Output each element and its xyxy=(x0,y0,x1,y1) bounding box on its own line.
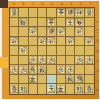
square-2-1[interactable]: 桂 xyxy=(75,8,84,18)
sente-silver[interactable]: 銀 xyxy=(66,75,74,83)
piece-kanji: 角 xyxy=(76,19,82,25)
square-3-1[interactable]: 銀 xyxy=(66,8,75,18)
piece-kanji: 歩 xyxy=(67,67,73,73)
piece-kanji: 金 xyxy=(30,76,36,82)
sente-rook[interactable]: 飛 xyxy=(75,75,83,83)
square-2-2[interactable]: 角 xyxy=(75,18,84,28)
piece-kanji: 歩 xyxy=(76,57,82,63)
square-2-3[interactable]: 歩 xyxy=(75,27,84,37)
rank-label: 八 xyxy=(96,75,100,85)
square-1-1[interactable]: 香 xyxy=(85,8,94,18)
square-6-1[interactable] xyxy=(38,8,47,18)
piece-kanji: 香 xyxy=(11,87,17,93)
piece-kanji: 歩 xyxy=(30,57,36,63)
square-6-8[interactable] xyxy=(38,75,47,85)
rank-label: 三 xyxy=(96,27,100,37)
sente-king[interactable]: 玉 xyxy=(47,85,55,93)
square-5-1[interactable] xyxy=(47,8,56,18)
gote-silver[interactable]: 銀 xyxy=(47,27,55,35)
square-1-2[interactable] xyxy=(85,18,94,28)
sente-bishop[interactable]: 角 xyxy=(29,66,37,74)
square-7-1[interactable] xyxy=(29,8,38,18)
square-7-4[interactable] xyxy=(29,37,38,47)
square-6-7[interactable]: 銀 xyxy=(38,65,47,75)
square-6-2[interactable] xyxy=(38,18,47,28)
square-9-5[interactable] xyxy=(10,46,19,56)
square-4-3[interactable]: 歩 xyxy=(57,27,66,37)
square-9-9[interactable]: 香 xyxy=(10,84,19,94)
piece-kanji: 歩 xyxy=(86,38,92,44)
piece-kanji: 歩 xyxy=(20,47,26,53)
gote-pawn[interactable]: 歩 xyxy=(85,37,93,45)
sente-lance[interactable]: 香 xyxy=(85,85,93,93)
square-5-8[interactable] xyxy=(47,75,56,85)
square-2-7[interactable] xyxy=(75,65,84,75)
piece-kanji: 角 xyxy=(30,67,36,73)
sente-pawn[interactable]: 歩 xyxy=(38,56,46,64)
square-5-9[interactable]: 玉 xyxy=(47,84,56,94)
sente-knight[interactable]: 桂 xyxy=(75,85,83,93)
piece-kanji: 銀 xyxy=(39,67,45,73)
square-4-7[interactable]: 歩 xyxy=(57,65,66,75)
gote-pawn[interactable]: 歩 xyxy=(57,27,65,35)
square-8-1[interactable] xyxy=(19,8,28,18)
square-9-4[interactable]: 歩 xyxy=(10,37,19,47)
square-5-2[interactable]: 金 xyxy=(47,18,56,28)
square-6-5[interactable] xyxy=(38,46,47,56)
square-2-8[interactable]: 飛 xyxy=(75,75,84,85)
gote-pawn[interactable]: 歩 xyxy=(75,27,83,35)
rank-label: 九 xyxy=(96,85,100,95)
square-8-7[interactable]: 歩 xyxy=(19,65,28,75)
gote-knight[interactable]: 桂 xyxy=(75,8,83,16)
piece-kanji: 歩 xyxy=(39,38,45,44)
piece-kanji: 歩 xyxy=(11,67,17,73)
sente-silver[interactable]: 銀 xyxy=(38,66,46,74)
square-8-6[interactable] xyxy=(19,56,28,66)
square-2-6[interactable]: 歩 xyxy=(75,56,84,66)
sente-pawn[interactable]: 歩 xyxy=(19,66,27,74)
piece-kanji: 歩 xyxy=(48,57,54,63)
square-2-5[interactable] xyxy=(75,46,84,56)
rank-coordinates: 一二三四五六七八九 xyxy=(96,7,100,95)
turn-indicator xyxy=(0,57,8,68)
rank-label: 五 xyxy=(96,46,100,56)
square-5-3[interactable]: 銀 xyxy=(47,27,56,37)
square-8-3[interactable] xyxy=(19,27,28,37)
square-1-9[interactable]: 香 xyxy=(85,84,94,94)
square-5-6[interactable]: 歩 xyxy=(47,56,56,66)
piece-kanji: 玉 xyxy=(67,19,73,25)
gote-lance[interactable]: 香 xyxy=(85,8,93,16)
square-3-4[interactable]: 歩 xyxy=(66,37,75,47)
piece-kanji: 香 xyxy=(11,9,17,15)
square-3-8[interactable]: 銀 xyxy=(66,75,75,85)
piece-kanji: 歩 xyxy=(76,28,82,34)
square-1-8[interactable] xyxy=(85,75,94,85)
sente-lance[interactable]: 香 xyxy=(10,85,18,93)
square-7-2[interactable] xyxy=(29,18,38,28)
piece-kanji: 銀 xyxy=(67,76,73,82)
square-3-2[interactable]: 玉 xyxy=(66,18,75,28)
rank-label: 六 xyxy=(96,56,100,66)
square-8-2[interactable]: 飛 xyxy=(19,18,28,28)
square-5-4[interactable]: 歩 xyxy=(47,37,56,47)
square-4-5[interactable] xyxy=(57,46,66,56)
gote-rook[interactable]: 飛 xyxy=(19,18,27,26)
rank-label: 七 xyxy=(96,66,100,76)
square-2-9[interactable]: 桂 xyxy=(75,84,84,94)
square-3-5[interactable] xyxy=(66,46,75,56)
piece-kanji: 飛 xyxy=(20,19,26,25)
piece-kanji: 歩 xyxy=(58,67,64,73)
square-8-8[interactable] xyxy=(19,75,28,85)
piece-kanji: 飛 xyxy=(76,76,82,82)
gote-silver[interactable]: 銀 xyxy=(66,8,74,16)
piece-kanji: 香 xyxy=(86,87,92,93)
sente-pawn[interactable]: 歩 xyxy=(29,56,37,64)
piece-kanji: 銀 xyxy=(67,9,73,15)
square-5-5[interactable] xyxy=(47,46,56,56)
square-9-2[interactable] xyxy=(10,18,19,28)
piece-kanji: 銀 xyxy=(48,28,54,34)
square-4-2[interactable] xyxy=(57,18,66,28)
square-7-9[interactable] xyxy=(29,84,38,94)
piece-kanji: 玉 xyxy=(48,87,54,93)
gote-pawn[interactable]: 歩 xyxy=(38,37,46,45)
square-3-7[interactable]: 歩 xyxy=(66,65,75,75)
square-7-7[interactable]: 角 xyxy=(29,65,38,75)
piece-kanji: 金 xyxy=(58,9,64,15)
square-1-4[interactable]: 歩 xyxy=(85,37,94,47)
piece-kanji: 歩 xyxy=(11,38,17,44)
piece-kanji: 歩 xyxy=(86,57,92,63)
piece-kanji: 香 xyxy=(86,9,92,15)
square-6-3[interactable] xyxy=(38,27,47,37)
square-2-4[interactable] xyxy=(75,37,84,47)
square-7-3[interactable]: 歩 xyxy=(29,27,38,37)
piece-kanji: 歩 xyxy=(67,38,73,44)
piece-kanji: 金 xyxy=(58,87,64,93)
menu-button[interactable] xyxy=(0,0,8,8)
piece-kanji: 歩 xyxy=(48,38,54,44)
square-8-5[interactable]: 歩 xyxy=(19,46,28,56)
square-7-8[interactable]: 金 xyxy=(29,75,38,85)
sente-pawn[interactable]: 歩 xyxy=(57,66,65,74)
sente-gold[interactable]: 金 xyxy=(29,75,37,83)
square-1-6[interactable]: 歩 xyxy=(85,56,94,66)
piece-kanji: 桂 xyxy=(76,87,82,93)
rank-label: 二 xyxy=(96,17,100,27)
sente-pawn[interactable]: 歩 xyxy=(10,66,18,74)
gote-pawn[interactable]: 歩 xyxy=(29,27,37,35)
gote-king[interactable]: 玉 xyxy=(66,18,74,26)
rank-label: 一 xyxy=(96,7,100,17)
square-6-6[interactable]: 歩 xyxy=(38,56,47,66)
square-3-3[interactable] xyxy=(66,27,75,37)
square-4-1[interactable]: 金 xyxy=(57,8,66,18)
square-1-7[interactable] xyxy=(85,65,94,75)
shogi-board[interactable]: 香金銀桂香飛金玉角歩銀歩歩歩歩歩歩歩歩歩歩歩歩歩歩歩角銀歩歩金銀飛香桂玉金桂香 xyxy=(9,7,95,95)
gote-gold[interactable]: 金 xyxy=(47,18,55,26)
gote-pawn[interactable]: 歩 xyxy=(19,46,27,54)
shogi-app-page: 987654321 一二三四五六七八九 香金銀桂香飛金玉角歩銀歩歩歩歩歩歩歩歩歩… xyxy=(0,0,100,100)
square-7-6[interactable]: 歩 xyxy=(29,56,38,66)
square-6-4[interactable]: 歩 xyxy=(38,37,47,47)
piece-kanji: 金 xyxy=(48,19,54,25)
sente-pawn[interactable]: 歩 xyxy=(66,66,74,74)
square-4-9[interactable]: 金 xyxy=(57,84,66,94)
square-3-9[interactable] xyxy=(66,84,75,94)
square-7-5[interactable] xyxy=(29,46,38,56)
gote-gold[interactable]: 金 xyxy=(57,8,65,16)
square-8-4[interactable] xyxy=(19,37,28,47)
square-4-4[interactable] xyxy=(57,37,66,47)
square-8-9[interactable]: 桂 xyxy=(19,84,28,94)
square-9-3[interactable] xyxy=(10,27,19,37)
square-4-8[interactable] xyxy=(57,75,66,85)
sente-gold[interactable]: 金 xyxy=(57,85,65,93)
square-6-9[interactable] xyxy=(38,84,47,94)
gote-lance[interactable]: 香 xyxy=(10,8,18,16)
square-9-1[interactable]: 香 xyxy=(10,8,19,18)
piece-kanji: 桂 xyxy=(20,87,26,93)
square-9-6[interactable] xyxy=(10,56,19,66)
gote-bishop[interactable]: 角 xyxy=(75,18,83,26)
piece-kanji: 歩 xyxy=(30,28,36,34)
sente-knight[interactable]: 桂 xyxy=(19,85,27,93)
gote-pawn[interactable]: 歩 xyxy=(66,37,74,45)
piece-kanji: 歩 xyxy=(58,28,64,34)
piece-kanji: 桂 xyxy=(76,9,82,15)
sente-pawn[interactable]: 歩 xyxy=(75,56,83,64)
gote-pawn[interactable]: 歩 xyxy=(47,37,55,45)
sente-pawn[interactable]: 歩 xyxy=(85,56,93,64)
piece-kanji: 歩 xyxy=(20,67,26,73)
sente-pawn[interactable]: 歩 xyxy=(47,56,55,64)
rank-label: 四 xyxy=(96,36,100,46)
square-9-8[interactable] xyxy=(10,75,19,85)
square-4-6[interactable] xyxy=(57,56,66,66)
piece-kanji: 歩 xyxy=(39,57,45,63)
square-3-6[interactable] xyxy=(66,56,75,66)
gote-pawn[interactable]: 歩 xyxy=(10,37,18,45)
square-5-7[interactable] xyxy=(47,65,56,75)
square-1-3[interactable] xyxy=(85,27,94,37)
square-9-7[interactable]: 歩 xyxy=(10,65,19,75)
square-1-5[interactable] xyxy=(85,46,94,56)
